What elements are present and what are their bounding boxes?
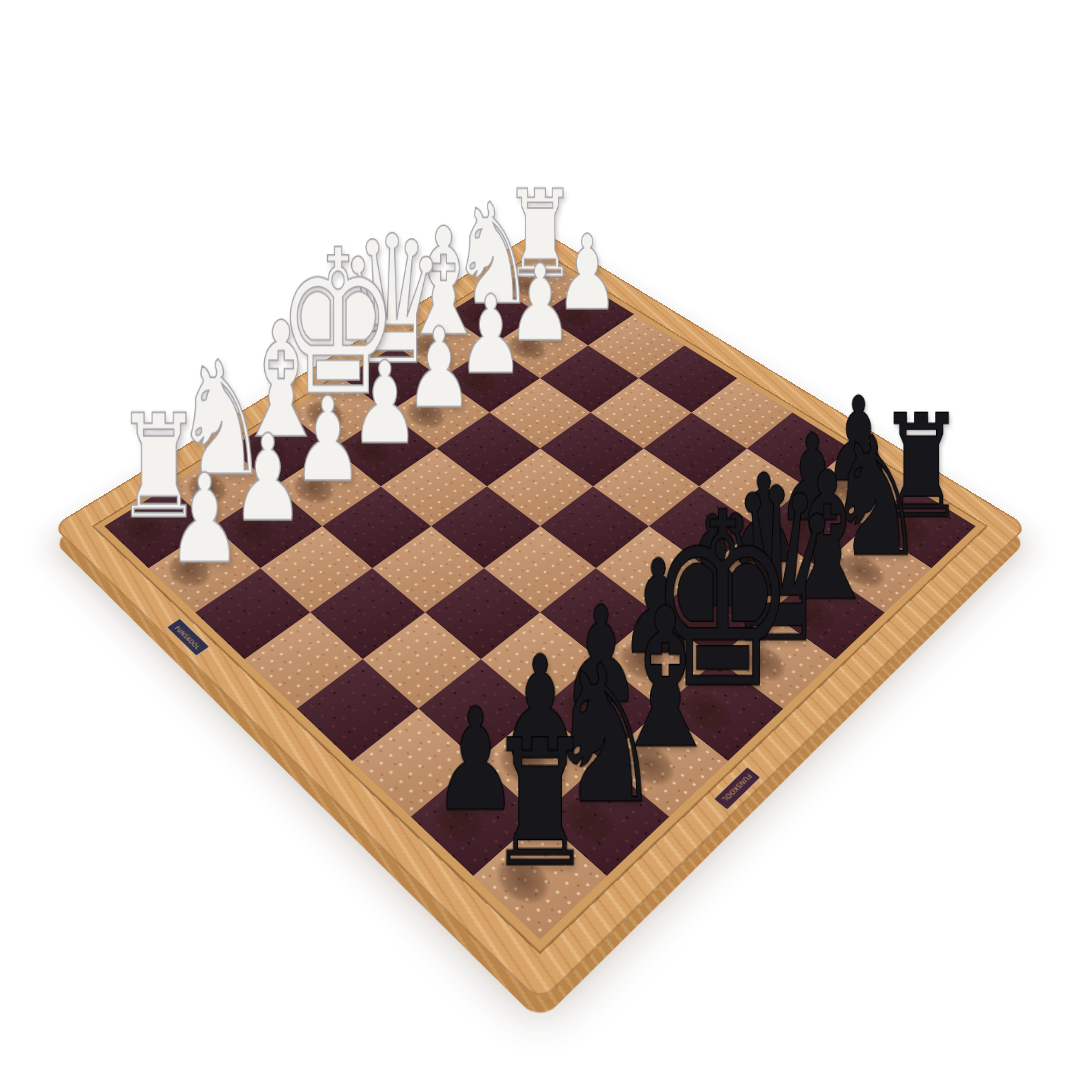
board-grid: ♜♟♟♜♞♟♟♞♝♟♟♝♛♟♟♛♚♟♟♚♝♟♟♝♞♟♟♞♜♟♟♜: [95, 251, 986, 951]
square-h8[interactable]: ♜: [473, 817, 606, 939]
brand-label-right-text: FUNSKOOL: [721, 773, 754, 804]
piece-white-pawn-h2[interactable]: ♟: [108, 457, 300, 580]
photo-backdrop: ♜♟♟♜♞♟♟♞♝♟♟♝♛♟♟♛♚♟♟♚♝♟♟♝♞♟♟♞♜♟♟♜ FUNSKOO…: [0, 0, 1080, 1080]
chess-board: ♜♟♟♜♞♟♟♞♝♟♟♝♛♟♟♛♚♟♟♚♝♟♟♝♞♟♟♞♜♟♟♜ FUNSKOO…: [52, 230, 1028, 1004]
brand-label-left-text: FUNSKOOL: [174, 624, 203, 650]
piece-black-rook-h8[interactable]: ♜: [425, 716, 654, 890]
